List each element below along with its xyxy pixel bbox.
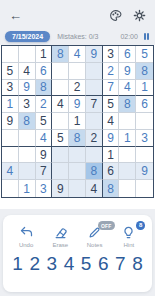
cell-r4c4[interactable]: 4: [52, 96, 69, 113]
cell-r4c9[interactable]: 6: [136, 96, 153, 113]
cell-r7c7[interactable]: 1: [103, 147, 120, 164]
cell-r3c9[interactable]: 1: [136, 80, 153, 97]
cell-r6c4[interactable]: 5: [52, 130, 69, 147]
cell-r9c1[interactable]: [2, 180, 19, 197]
cell-r6c8[interactable]: 1: [119, 130, 136, 147]
hint-count-badge: 8: [136, 221, 145, 230]
cell-r9c7[interactable]: 8: [103, 180, 120, 197]
cell-r1c8[interactable]: 6: [119, 46, 136, 63]
cell-r8c3[interactable]: 7: [36, 163, 53, 180]
cell-r9c9[interactable]: [136, 180, 153, 197]
numpad-2[interactable]: 2: [27, 253, 42, 274]
notes-off-badge: OFF: [98, 221, 115, 230]
cell-r8c7[interactable]: 6: [103, 163, 120, 180]
theme-palette-icon[interactable]: [109, 9, 122, 22]
cell-r3c5[interactable]: 2: [69, 80, 86, 97]
cell-r1c5[interactable]: 4: [69, 46, 86, 63]
mistakes-counter: Mistakes: 0/3: [57, 33, 98, 40]
numpad-1[interactable]: 1: [10, 253, 25, 274]
numpad-5[interactable]: 5: [79, 253, 94, 274]
cell-r7c4[interactable]: [52, 147, 69, 164]
eraser-icon: [53, 225, 68, 240]
numpad-8[interactable]: 8: [130, 253, 145, 274]
notes-label: Notes: [87, 242, 103, 248]
cell-r7c3[interactable]: 9: [36, 147, 53, 164]
status-bar: 7/15/2024 Mistakes: 0/3 02:00: [0, 29, 155, 44]
cell-r7c6[interactable]: [86, 147, 103, 164]
number-pad: 12345678: [3, 248, 152, 274]
controls-card: Undo Erase OFF Notes 8: [3, 215, 152, 292]
cell-r7c9[interactable]: [136, 147, 153, 164]
cell-r4c3[interactable]: 2: [36, 96, 53, 113]
cell-r9c3[interactable]: 3: [36, 180, 53, 197]
cell-r5c1[interactable]: 9: [2, 113, 19, 130]
timer: 02:00: [120, 33, 138, 40]
cell-r1c2[interactable]: [19, 46, 36, 63]
cell-r3c4[interactable]: [52, 80, 69, 97]
cell-r1c1[interactable]: [2, 46, 19, 63]
cell-r6c2[interactable]: [19, 130, 36, 147]
cell-r9c8[interactable]: [119, 180, 136, 197]
cell-r3c2[interactable]: 9: [19, 80, 36, 97]
hint-label: Hint: [124, 242, 135, 248]
cell-r4c7[interactable]: 5: [103, 96, 120, 113]
cell-r1c3[interactable]: 1: [36, 46, 53, 63]
cell-r2c7[interactable]: 2: [103, 63, 120, 80]
cell-r8c8[interactable]: [119, 163, 136, 180]
cell-r5c5[interactable]: 1: [69, 113, 86, 130]
cell-r4c5[interactable]: 9: [69, 96, 86, 113]
cell-r8c1[interactable]: 4: [2, 163, 19, 180]
cell-r5c3[interactable]: 5: [36, 113, 53, 130]
cell-r3c7[interactable]: 7: [103, 80, 120, 97]
cell-r5c8[interactable]: [119, 113, 136, 130]
erase-button[interactable]: Erase: [47, 225, 73, 248]
cell-r5c2[interactable]: 8: [19, 113, 36, 130]
cell-r8c6[interactable]: 8: [86, 163, 103, 180]
cell-r1c6[interactable]: 9: [86, 46, 103, 63]
cell-r3c3[interactable]: 8: [36, 80, 53, 97]
date-badge[interactable]: 7/15/2024: [5, 31, 50, 42]
hint-button[interactable]: 8 Hint: [116, 225, 142, 248]
board-container: 1849365546298398274113249758698514458291…: [0, 45, 155, 209]
cell-r1c9[interactable]: 5: [136, 46, 153, 63]
cell-r9c4[interactable]: 9: [52, 180, 69, 197]
cell-r8c9[interactable]: 9: [136, 163, 153, 180]
cell-r8c2[interactable]: [19, 163, 36, 180]
cell-r3c1[interactable]: 3: [2, 80, 19, 97]
cell-r4c6[interactable]: 7: [86, 96, 103, 113]
cell-r3c8[interactable]: 4: [119, 80, 136, 97]
numpad-7[interactable]: 7: [113, 253, 128, 274]
cell-r6c7[interactable]: 9: [103, 130, 120, 147]
cell-r7c1[interactable]: [2, 147, 19, 164]
cell-r6c5[interactable]: 8: [69, 130, 86, 147]
cell-r1c7[interactable]: 3: [103, 46, 120, 63]
pause-icon[interactable]: [143, 32, 150, 41]
toolbar: Undo Erase OFF Notes 8: [3, 215, 152, 248]
cell-r2c9[interactable]: 8: [136, 63, 153, 80]
cell-r7c2[interactable]: [19, 147, 36, 164]
undo-label: Undo: [19, 242, 33, 248]
cell-r2c3[interactable]: 6: [36, 63, 53, 80]
cell-r6c3[interactable]: 4: [36, 130, 53, 147]
cell-r5c7[interactable]: 4: [103, 113, 120, 130]
settings-gear-icon[interactable]: [133, 9, 146, 22]
cell-r7c5[interactable]: [69, 147, 86, 164]
cell-r2c6[interactable]: [86, 63, 103, 80]
undo-icon: [19, 225, 34, 240]
notes-button[interactable]: OFF Notes: [82, 225, 108, 248]
erase-label: Erase: [53, 242, 69, 248]
cell-r7c8[interactable]: [119, 147, 136, 164]
cell-r3c6[interactable]: [86, 80, 103, 97]
cell-r4c2[interactable]: 3: [19, 96, 36, 113]
numpad-3[interactable]: 3: [45, 253, 60, 274]
cell-r6c9[interactable]: 3: [136, 130, 153, 147]
cell-r1c4[interactable]: 8: [52, 46, 69, 63]
cell-r5c9[interactable]: [136, 113, 153, 130]
cell-r9c5[interactable]: [69, 180, 86, 197]
cell-r2c2[interactable]: 4: [19, 63, 36, 80]
cell-r5c4[interactable]: [52, 113, 69, 130]
cell-r2c8[interactable]: 9: [119, 63, 136, 80]
cell-r9c2[interactable]: 1: [19, 180, 36, 197]
back-arrow-icon[interactable]: ←: [9, 9, 22, 22]
cell-r4c1[interactable]: 1: [2, 96, 19, 113]
cell-r6c1[interactable]: [2, 130, 19, 147]
lightbulb-icon: [121, 225, 136, 240]
cell-r8c5[interactable]: [69, 163, 86, 180]
cell-r6c6[interactable]: 2: [86, 130, 103, 147]
cell-r9c6[interactable]: 4: [86, 180, 103, 197]
cell-r8c4[interactable]: [52, 163, 69, 180]
cell-r2c4[interactable]: [52, 63, 69, 80]
cell-r4c8[interactable]: 8: [119, 96, 136, 113]
app-bar: ←: [0, 0, 155, 28]
cell-r5c6[interactable]: [86, 113, 103, 130]
sudoku-board: 1849365546298398274113249758698514458291…: [1, 45, 154, 198]
undo-button[interactable]: Undo: [13, 225, 39, 248]
cell-r2c1[interactable]: 5: [2, 63, 19, 80]
numpad-6[interactable]: 6: [96, 253, 111, 274]
numpad-4[interactable]: 4: [62, 253, 77, 274]
cell-r2c5[interactable]: [69, 63, 86, 80]
